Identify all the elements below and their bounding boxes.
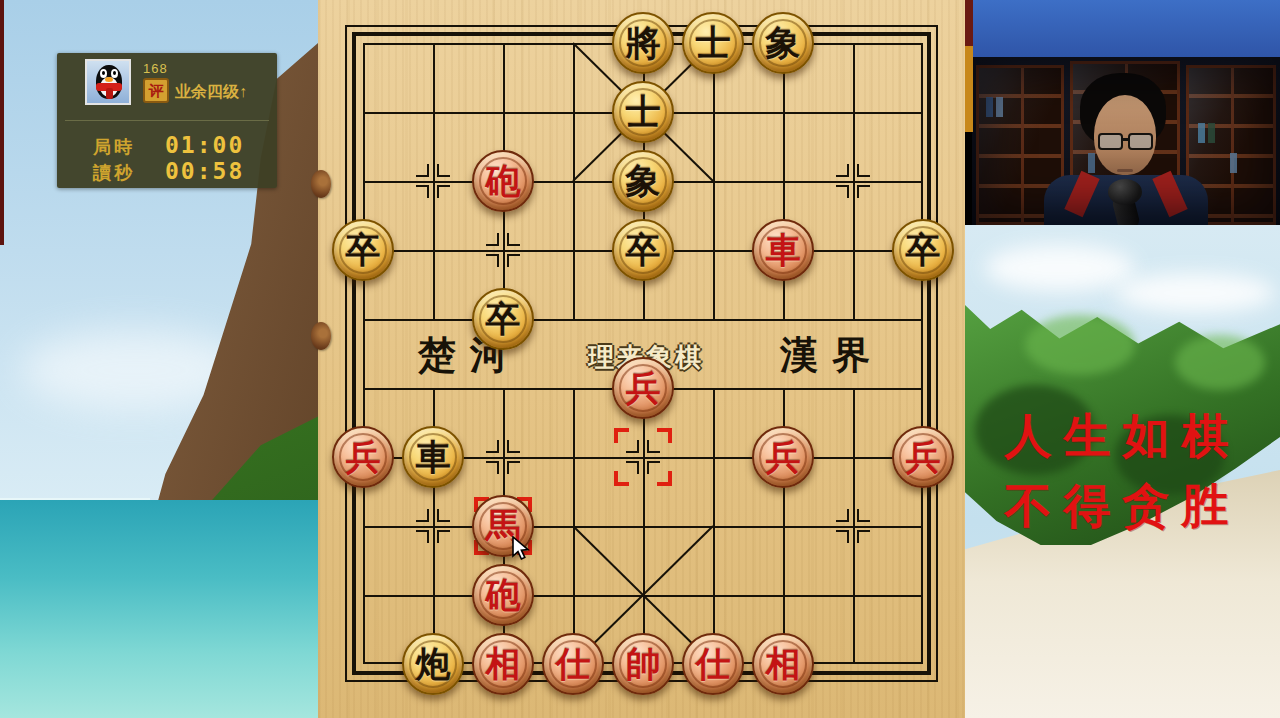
webcam-vignette: [972, 57, 1280, 225]
mouse-cursor: [511, 536, 533, 562]
xiangqi-piece-red[interactable]: 砲: [472, 150, 534, 212]
xiangqi-piece-red[interactable]: 兵: [892, 426, 954, 488]
xiangqi-piece-red[interactable]: 兵: [752, 426, 814, 488]
xiangqi-piece-black[interactable]: 將: [612, 12, 674, 74]
slogan-line-1: 人生如棋: [965, 405, 1280, 468]
xiangqi-piece-black[interactable]: 象: [752, 12, 814, 74]
game-time-value: 01:00: [165, 132, 244, 158]
penguin-scarf-knot: [106, 88, 113, 99]
qq-penguin-avatar[interactable]: [85, 59, 131, 105]
horizon-line: [0, 498, 150, 500]
xiangqi-piece-red[interactable]: 砲: [472, 564, 534, 626]
panel-divider: [65, 120, 269, 121]
xiangqi-piece-black[interactable]: 炮: [402, 633, 464, 695]
xiangqi-piece-red[interactable]: 仕: [682, 633, 744, 695]
edge-artifact-stripe: [965, 0, 973, 46]
cloud: [1115, 273, 1275, 313]
xiangqi-piece-red[interactable]: 相: [472, 633, 534, 695]
game-time-label: 局時: [93, 135, 135, 159]
xiangqi-piece-red[interactable]: 帥: [612, 633, 674, 695]
xiangqi-board: 楚河 漢界 理来象棋 將士象士砲象卒卒車卒卒兵兵車兵兵馬砲炮相仕帥仕相: [318, 0, 965, 718]
player-number: 168: [143, 61, 168, 76]
player-rank-label: 业余四级↑: [175, 82, 247, 103]
xiangqi-piece-black[interactable]: 士: [682, 12, 744, 74]
game-screen: 168 评 业余四级↑ 局時 01:00 讀秒 00:58 楚河 漢界 理来象棋…: [0, 0, 1280, 718]
wood-knot: [311, 322, 331, 350]
xiangqi-piece-black[interactable]: 卒: [472, 288, 534, 350]
tree-highlight: [1025, 315, 1135, 375]
xiangqi-piece-red[interactable]: 車: [752, 219, 814, 281]
desktop-blue-band: [965, 0, 1280, 57]
edge-artifact-stripe: [965, 46, 973, 132]
penguin-beak: [105, 77, 113, 82]
rating-badge-icon: 评: [143, 78, 169, 103]
beach-background-left: 168 评 业余四级↑ 局時 01:00 讀秒 00:58: [0, 0, 318, 718]
xiangqi-piece-black[interactable]: 卒: [332, 219, 394, 281]
xiangqi-piece-red[interactable]: 兵: [332, 426, 394, 488]
sea: [0, 500, 318, 718]
byoyomi-value: 00:58: [165, 158, 244, 184]
xiangqi-piece-black[interactable]: 車: [402, 426, 464, 488]
tree-highlight: [1175, 335, 1265, 390]
cloud: [985, 245, 1135, 291]
xiangqi-piece-black[interactable]: 卒: [892, 219, 954, 281]
xiangqi-piece-red[interactable]: 相: [752, 633, 814, 695]
player-info-panel: 168 评 业余四级↑ 局時 01:00 讀秒 00:58: [57, 53, 277, 188]
right-panel: 人生如棋 不得贪胜: [965, 0, 1280, 718]
beach-background-right: [965, 225, 1280, 718]
xiangqi-piece-black[interactable]: 卒: [612, 219, 674, 281]
piece-layer: 將士象士砲象卒卒車卒卒兵兵車兵兵馬砲炮相仕帥仕相: [363, 43, 923, 664]
xiangqi-piece-red[interactable]: 仕: [542, 633, 604, 695]
screen-edge-stripe: [0, 0, 4, 245]
xiangqi-piece-black[interactable]: 士: [612, 81, 674, 143]
webcam-video: [972, 57, 1280, 225]
slogan-line-2: 不得贪胜: [965, 475, 1280, 538]
byoyomi-label: 讀秒: [93, 161, 135, 185]
penguin-eye: [111, 69, 118, 78]
xiangqi-piece-red[interactable]: 兵: [612, 357, 674, 419]
xiangqi-piece-black[interactable]: 象: [612, 150, 674, 212]
wood-knot: [311, 170, 331, 198]
